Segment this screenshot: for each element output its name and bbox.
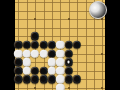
black-stone-glyph: ●: [40, 75, 47, 83]
black-stone: ●: [14, 75, 22, 83]
black-stone-glyph: ●: [15, 41, 22, 49]
black-stone-glyph: ●: [23, 41, 30, 49]
star-point: [34, 87, 36, 89]
black-stone: ●: [73, 75, 81, 83]
white-stone: ●: [22, 58, 30, 66]
white-stone-glyph: ●: [57, 41, 64, 49]
black-stone-glyph: ●: [32, 67, 39, 75]
black-stone-glyph: ●: [32, 75, 39, 83]
white-stone-glyph: ●: [40, 49, 47, 57]
black-stone-glyph: ●: [65, 67, 72, 75]
black-stone-glyph: ●: [48, 75, 55, 83]
app-screen: ●●●●●●●●●●●●●●●●●●●●●●●●●●●●●●●●●●●●●: [0, 0, 120, 90]
white-stone: ●: [39, 49, 47, 57]
black-stone: ●: [48, 49, 56, 57]
white-stone-glyph: ●: [57, 67, 64, 75]
white-stone-glyph: ●: [23, 49, 30, 57]
star-point: [101, 87, 103, 89]
black-stone: ●: [64, 58, 72, 66]
white-stone: ●: [56, 41, 64, 49]
black-stone-glyph: ●: [65, 41, 72, 49]
black-stone-glyph: ●: [15, 67, 22, 75]
white-stone-glyph: ●: [32, 49, 39, 57]
star-point: [101, 53, 103, 55]
black-stone-glyph: ●: [32, 32, 39, 40]
black-stone-glyph: ●: [65, 75, 72, 83]
black-stone: ●: [31, 32, 39, 40]
white-stone: ●: [48, 58, 56, 66]
black-stone-glyph: ●: [32, 41, 39, 49]
black-stone: ●: [73, 41, 81, 49]
last-move-marker: [67, 61, 70, 64]
white-stone-glyph: ●: [57, 49, 64, 57]
grid-line-horizontal: [15, 36, 105, 37]
black-stone: ●: [14, 67, 22, 75]
grid-line-horizontal: [15, 28, 105, 29]
black-stone: ●: [14, 58, 22, 66]
black-stone: ●: [39, 75, 47, 83]
black-stone-glyph: ●: [65, 49, 72, 57]
star-point: [68, 87, 70, 89]
black-stone-glyph: ●: [74, 41, 81, 49]
black-stone: ●: [22, 41, 30, 49]
white-stone: ●: [22, 67, 30, 75]
white-stone: ●: [56, 67, 64, 75]
black-stone-glyph: ●: [48, 41, 55, 49]
white-stone: ●: [56, 84, 64, 90]
black-stone: ●: [31, 41, 39, 49]
white-stone: ●: [48, 67, 56, 75]
black-stone: ●: [14, 41, 22, 49]
white-stone-glyph: ●: [48, 67, 55, 75]
white-stone: ●: [14, 49, 22, 57]
black-stone-glyph: ●: [74, 75, 81, 83]
black-stone-glyph: ●: [15, 75, 22, 83]
white-stone-glyph: ●: [57, 75, 64, 83]
white-stone: ●: [56, 75, 64, 83]
black-stone: ●: [64, 49, 72, 57]
white-stone: ●: [22, 49, 30, 57]
player-avatar[interactable]: [89, 1, 107, 19]
black-stone: ●: [31, 67, 39, 75]
black-stone-glyph: ●: [15, 58, 22, 66]
grid-line-horizontal: [15, 19, 105, 20]
white-stone: ●: [31, 49, 39, 57]
black-stone: ●: [39, 67, 47, 75]
white-stone-glyph: ●: [15, 49, 22, 57]
black-stone: ●: [48, 41, 56, 49]
white-stone-glyph: ●: [23, 67, 30, 75]
black-stone-glyph: ●: [40, 67, 47, 75]
black-stone: ●: [39, 41, 47, 49]
black-stone: ●: [22, 75, 30, 83]
black-stone-glyph: ●: [40, 41, 47, 49]
star-point: [34, 18, 36, 20]
black-stone: ●: [31, 75, 39, 83]
star-point: [68, 18, 70, 20]
white-stone-glyph: ●: [48, 58, 55, 66]
black-stone-glyph: ●: [48, 49, 55, 57]
black-stone: ●: [64, 41, 72, 49]
black-stone: ●: [48, 75, 56, 83]
white-stone: ●: [56, 58, 64, 66]
star-point: [101, 18, 103, 20]
white-stone-glyph: ●: [57, 84, 64, 90]
black-stone: ●: [64, 67, 72, 75]
black-stone-glyph: ●: [23, 75, 30, 83]
black-stone: ●: [64, 75, 72, 83]
white-stone: ●: [56, 49, 64, 57]
white-stone-glyph: ●: [57, 58, 64, 66]
white-stone-glyph: ●: [23, 58, 30, 66]
